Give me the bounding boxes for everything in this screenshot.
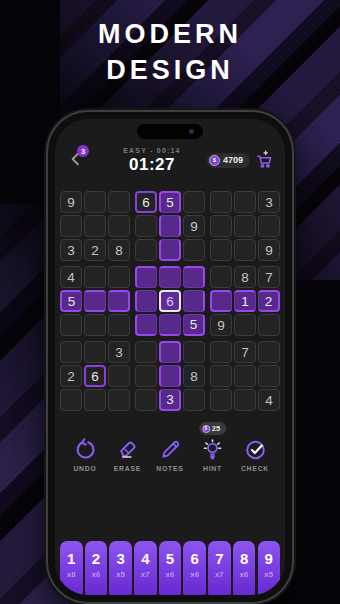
cell-r8c1[interactable]: 2 [60,365,82,387]
cell-r8c3[interactable] [108,365,130,387]
board-box-3-1: 326 [60,341,130,411]
cell-r5c2[interactable] [84,290,106,312]
cell-r3c8[interactable] [234,239,256,261]
cell-r8c9[interactable] [258,365,280,387]
cell-r6c4[interactable] [135,314,157,336]
cell-r2c1[interactable] [60,215,82,237]
board-box-3-2: 83 [135,341,205,411]
cell-r5c8[interactable]: 1 [234,290,256,312]
num-digit: 3 [116,551,124,566]
cell-r3c9[interactable]: 9 [258,239,280,261]
num-digit: 1 [67,551,75,566]
cell-r6c9[interactable] [258,314,280,336]
cell-value: 9 [190,219,198,234]
num-remaining: x5 [264,570,273,579]
cell-r2c4[interactable] [135,215,157,237]
cell-value: 2 [91,243,99,258]
cell-r2c2[interactable] [84,215,106,237]
check-button[interactable]: CHECK [239,438,271,472]
cell-r8c8[interactable] [234,365,256,387]
cell-r5c6[interactable] [183,290,205,312]
lightbulb-icon [201,438,224,461]
hint-button[interactable]: $25HINT [197,438,229,472]
tool-label: NOTES [156,465,183,472]
num-remaining: x7 [141,570,150,579]
cell-r9c8[interactable] [234,389,256,411]
timer: 01:27 [97,155,207,175]
cell-r6c7[interactable]: 9 [210,314,232,336]
difficulty-and-best-time: EASY - 00:14 [97,147,207,154]
board-box-1-3: 39 [210,191,280,261]
cell-r5c7[interactable] [210,290,232,312]
num-button-4[interactable]: 4x7 [134,541,157,595]
cell-r9c5[interactable]: 3 [159,389,181,411]
cell-value: 2 [265,294,273,309]
num-remaining: x8 [67,570,76,579]
cell-r1c5[interactable]: 5 [159,191,181,213]
cell-r5c4[interactable] [135,290,157,312]
game-top-bar: 3 EASY - 00:14 01:27 $ 4709 [55,139,285,175]
cell-r6c3[interactable] [108,314,130,336]
cell-value: 5 [166,195,174,210]
cell-r4c9[interactable]: 7 [258,266,280,288]
hint-cost: 25 [212,424,220,433]
cell-value: 2 [67,369,75,384]
cell-value: 6 [142,195,150,210]
cell-r9c2[interactable] [84,389,106,411]
num-button-9[interactable]: 9x5 [258,541,281,595]
cell-r1c3[interactable] [108,191,130,213]
num-digit: 8 [240,551,248,566]
sudoku-board: 9328659394565871293268374 [60,191,280,411]
undo-icon [74,438,97,461]
cell-r3c4[interactable] [135,239,157,261]
cell-r6c1[interactable] [60,314,82,336]
cell-value: 4 [67,270,75,285]
cell-r4c5[interactable] [159,266,181,288]
phone-mockup: 3 EASY - 00:14 01:27 $ 4709 932865939456 [48,112,292,602]
top-bar-right: $ 4709 [207,150,275,170]
cell-r9c4[interactable] [135,389,157,411]
num-remaining: x6 [240,570,249,579]
cell-r2c8[interactable] [234,215,256,237]
cell-r7c5[interactable] [159,341,181,363]
cell-r5c9[interactable]: 2 [258,290,280,312]
shopping-cart-icon [255,150,275,170]
num-button-3[interactable]: 3x5 [109,541,132,595]
cell-value: 1 [241,294,249,309]
cell-value: 8 [241,270,249,285]
board-box-3-3: 74 [210,341,280,411]
num-button-8[interactable]: 8x6 [233,541,256,595]
cell-value: 6 [166,294,174,309]
poster-background: MODERN DESIGN 3 EASY - 00:14 01:27 [0,0,340,604]
num-button-7[interactable]: 7x7 [208,541,231,595]
cell-r3c2[interactable]: 2 [84,239,106,261]
cell-r4c6[interactable] [183,266,205,288]
poster-title: MODERN DESIGN [0,16,340,88]
phone-screen: 3 EASY - 00:14 01:27 $ 4709 932865939456 [55,119,285,595]
cell-r9c6[interactable] [183,389,205,411]
cell-value: 5 [68,294,76,309]
cell-r4c2[interactable] [84,266,106,288]
cell-r3c7[interactable] [210,239,232,261]
num-button-6[interactable]: 6x6 [183,541,206,595]
cell-value: 6 [91,369,99,384]
num-digit: 5 [166,551,174,566]
cell-r9c3[interactable] [108,389,130,411]
shop-cart-button[interactable] [255,150,275,170]
cell-r7c7[interactable] [210,341,232,363]
cell-value: 9 [217,318,225,333]
cell-r2c3[interactable] [108,215,130,237]
cell-r9c7[interactable] [210,389,232,411]
board-box-1-2: 659 [135,191,205,261]
cell-r8c6[interactable]: 8 [183,365,205,387]
cell-r1c1[interactable]: 9 [60,191,82,213]
coin-amount: 4709 [223,155,243,165]
cell-r3c6[interactable] [183,239,205,261]
num-digit: 4 [141,551,149,566]
cell-r4c1[interactable]: 4 [60,266,82,288]
num-remaining: x6 [91,570,100,579]
cell-value: 8 [115,243,123,258]
cell-r8c2[interactable]: 6 [84,365,106,387]
cell-r4c7[interactable] [210,266,232,288]
cell-value: 7 [241,345,249,360]
poster-title-line1: MODERN [0,16,340,52]
erase-button[interactable]: ERASE [112,438,144,472]
num-digit: 2 [92,551,100,566]
cell-r7c4[interactable] [135,341,157,363]
cell-r5c3[interactable] [108,290,130,312]
cell-r2c9[interactable] [258,215,280,237]
cell-r2c6[interactable]: 9 [183,215,205,237]
cell-r8c5[interactable] [159,365,181,387]
coin-balance[interactable]: $ 4709 [207,153,250,168]
cell-value: 5 [190,317,198,332]
cell-value: 3 [115,345,123,360]
cell-r7c8[interactable]: 7 [234,341,256,363]
cell-r3c5[interactable] [159,239,181,261]
cell-value: 9 [265,243,273,258]
cell-value: 3 [265,195,273,210]
cell-r9c9[interactable]: 4 [258,389,280,411]
tool-label: HINT [203,465,222,472]
coin-icon: $ [202,425,210,433]
cell-r1c8[interactable] [234,191,256,213]
tool-label: CHECK [241,465,269,472]
back-badge: 3 [77,145,89,157]
check-circle-icon [244,438,267,461]
cell-r7c6[interactable] [183,341,205,363]
cell-r5c1[interactable]: 5 [60,290,82,312]
board-box-1-1: 9328 [60,191,130,261]
hint-cost-badge: $25 [199,422,226,435]
board-box-2-3: 87129 [210,266,280,336]
cell-value: 4 [265,393,273,408]
cell-r4c8[interactable]: 8 [234,266,256,288]
cell-r4c4[interactable] [135,266,157,288]
back-button[interactable]: 3 [65,150,97,168]
num-remaining: x7 [215,570,224,579]
toolbar: UNDOERASENOTES$25HINTCHECK [55,438,285,472]
cell-value: 7 [265,270,273,285]
num-button-5[interactable]: 5x6 [159,541,182,595]
cell-value: 3 [166,392,174,407]
cell-r6c5[interactable] [159,314,181,336]
eraser-icon [116,438,139,461]
notes-button[interactable]: NOTES [154,438,186,472]
camera-dot-icon [189,129,194,134]
number-pad: 1x82x63x54x75x66x67x78x69x5 [55,541,285,595]
cell-r1c2[interactable] [84,191,106,213]
board-box-2-2: 65 [135,266,205,336]
cell-value: 9 [67,195,75,210]
cell-r6c6[interactable]: 5 [183,314,205,336]
dynamic-island [137,124,203,139]
cell-r7c2[interactable] [84,341,106,363]
cell-r2c5[interactable] [159,215,181,237]
cell-r2c7[interactable] [210,215,232,237]
num-button-1[interactable]: 1x8 [60,541,83,595]
tool-label: UNDO [73,465,96,472]
cell-r8c7[interactable] [210,365,232,387]
tool-label: ERASE [114,465,141,472]
num-digit: 6 [191,551,199,566]
timer-block: EASY - 00:14 01:27 [97,147,207,175]
pencil-icon [159,438,182,461]
cell-r6c2[interactable] [84,314,106,336]
board-box-2-1: 45 [60,266,130,336]
cell-value: 3 [67,243,75,258]
phone-power-button [292,237,295,277]
cell-r1c4[interactable]: 6 [135,191,157,213]
coin-icon: $ [209,155,220,166]
cell-r7c3[interactable]: 3 [108,341,130,363]
cell-r3c3[interactable]: 8 [108,239,130,261]
cell-r1c6[interactable] [183,191,205,213]
poster-title-line2: DESIGN [0,52,340,88]
undo-button[interactable]: UNDO [69,438,101,472]
cell-r7c1[interactable] [60,341,82,363]
num-remaining: x6 [166,570,175,579]
cell-r9c1[interactable] [60,389,82,411]
num-remaining: x5 [116,570,125,579]
cell-r4c3[interactable] [108,266,130,288]
cell-r3c1[interactable]: 3 [60,239,82,261]
cell-r5c5[interactable]: 6 [159,290,181,312]
cell-r1c9[interactable]: 3 [258,191,280,213]
num-digit: 9 [265,551,273,566]
cell-r1c7[interactable] [210,191,232,213]
num-digit: 7 [215,551,223,566]
num-button-2[interactable]: 2x6 [85,541,108,595]
cell-r7c9[interactable] [258,341,280,363]
cell-value: 8 [190,369,198,384]
cell-r8c4[interactable] [135,365,157,387]
num-remaining: x6 [190,570,199,579]
cell-r6c8[interactable] [234,314,256,336]
